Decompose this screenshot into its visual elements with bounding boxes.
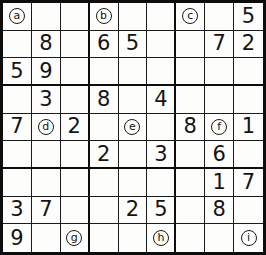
cell-r3c6[interactable] [147, 58, 176, 86]
cell-r8c9[interactable] [234, 197, 263, 225]
cell-r1c7[interactable]: c [176, 3, 205, 31]
cell-r9c9[interactable]: i [234, 224, 263, 252]
cell-r4c9[interactable] [234, 86, 263, 114]
cell-r6c8[interactable]: 6 [205, 141, 234, 169]
cell-r6c9[interactable] [234, 141, 263, 169]
cell-r1c3[interactable] [61, 3, 90, 31]
cell-r6c2[interactable] [32, 141, 61, 169]
cell-r2c3[interactable] [61, 31, 90, 59]
circled-letter-e: e [124, 119, 140, 135]
cell-r1c6[interactable] [147, 3, 176, 31]
cell-r9c8[interactable] [205, 224, 234, 252]
cell-r2c7[interactable] [176, 31, 205, 59]
cell-r2c4[interactable]: 6 [90, 31, 119, 59]
cell-r5c9[interactable]: 1 [234, 114, 263, 142]
cell-r7c2[interactable] [32, 169, 61, 197]
cell-r8c8[interactable]: 8 [205, 197, 234, 225]
circled-letter-g: g [66, 230, 82, 246]
cell-r7c3[interactable] [61, 169, 90, 197]
cell-r8c5[interactable]: 2 [119, 197, 148, 225]
cell-r3c1[interactable]: 5 [3, 58, 32, 86]
cell-r7c8[interactable]: 1 [205, 169, 234, 197]
cell-r7c9[interactable]: 7 [234, 169, 263, 197]
cell-r8c7[interactable] [176, 197, 205, 225]
cell-r8c6[interactable]: 5 [147, 197, 176, 225]
cell-r2c9[interactable]: 2 [234, 31, 263, 59]
cell-r5c3[interactable]: 2 [61, 114, 90, 142]
cell-r4c2[interactable]: 3 [32, 86, 61, 114]
circled-letter-f: f [211, 119, 227, 135]
cell-r9c2[interactable] [32, 224, 61, 252]
cell-r4c4[interactable]: 8 [90, 86, 119, 114]
cell-r1c8[interactable] [205, 3, 234, 31]
cell-r5c6[interactable] [147, 114, 176, 142]
circled-letter-i: i [241, 230, 257, 246]
circled-letter-h: h [153, 230, 169, 246]
cell-r3c5[interactable] [119, 58, 148, 86]
sudoku-board: abc586572593847d2e8f123617372589ghi [0, 0, 266, 255]
cell-r9c1[interactable]: 9 [3, 224, 32, 252]
cell-r9c4[interactable] [90, 224, 119, 252]
cell-r1c1[interactable]: a [3, 3, 32, 31]
cell-r4c8[interactable] [205, 86, 234, 114]
cell-r6c3[interactable] [61, 141, 90, 169]
cell-r7c6[interactable] [147, 169, 176, 197]
cell-r9c5[interactable] [119, 224, 148, 252]
circled-letter-b: b [96, 8, 112, 24]
cell-r3c4[interactable] [90, 58, 119, 86]
cell-r5c4[interactable] [90, 114, 119, 142]
cell-r2c2[interactable]: 8 [32, 31, 61, 59]
cell-r5c5[interactable]: e [119, 114, 148, 142]
cell-r5c7[interactable]: 8 [176, 114, 205, 142]
cell-r7c1[interactable] [3, 169, 32, 197]
cell-r8c4[interactable] [90, 197, 119, 225]
circled-letter-a: a [9, 8, 25, 24]
cell-r3c7[interactable] [176, 58, 205, 86]
cell-r1c5[interactable] [119, 3, 148, 31]
cell-r5c8[interactable]: f [205, 114, 234, 142]
cell-r8c1[interactable]: 3 [3, 197, 32, 225]
cell-r7c4[interactable] [90, 169, 119, 197]
cell-r4c5[interactable] [119, 86, 148, 114]
cell-r3c2[interactable]: 9 [32, 58, 61, 86]
cell-r8c3[interactable] [61, 197, 90, 225]
cell-r3c9[interactable] [234, 58, 263, 86]
cell-r6c1[interactable] [3, 141, 32, 169]
cell-r6c5[interactable] [119, 141, 148, 169]
cell-r7c5[interactable] [119, 169, 148, 197]
circled-letter-d: d [38, 119, 54, 135]
cell-r9c7[interactable] [176, 224, 205, 252]
circled-letter-c: c [182, 8, 198, 24]
cell-r4c1[interactable] [3, 86, 32, 114]
cell-r6c6[interactable]: 3 [147, 141, 176, 169]
cell-r7c7[interactable] [176, 169, 205, 197]
cell-r4c3[interactable] [61, 86, 90, 114]
cell-r5c2[interactable]: d [32, 114, 61, 142]
cell-r8c2[interactable]: 7 [32, 197, 61, 225]
cell-r2c8[interactable]: 7 [205, 31, 234, 59]
cell-r9c3[interactable]: g [61, 224, 90, 252]
cell-r3c8[interactable] [205, 58, 234, 86]
cell-r3c3[interactable] [61, 58, 90, 86]
cell-r5c1[interactable]: 7 [3, 114, 32, 142]
cell-r1c4[interactable]: b [90, 3, 119, 31]
cell-r2c6[interactable] [147, 31, 176, 59]
cell-r4c6[interactable]: 4 [147, 86, 176, 114]
cell-r1c2[interactable] [32, 3, 61, 31]
cell-r1c9[interactable]: 5 [234, 3, 263, 31]
cell-r9c6[interactable]: h [147, 224, 176, 252]
cell-r4c7[interactable] [176, 86, 205, 114]
cell-r6c7[interactable] [176, 141, 205, 169]
cell-r6c4[interactable]: 2 [90, 141, 119, 169]
cell-r2c5[interactable]: 5 [119, 31, 148, 59]
cell-r2c1[interactable] [3, 31, 32, 59]
